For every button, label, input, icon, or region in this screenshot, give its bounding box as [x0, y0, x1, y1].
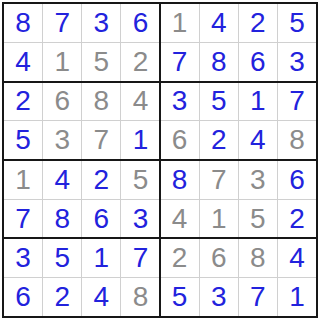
cell-r1c6[interactable]: 4 [200, 4, 238, 42]
cell-r2c3[interactable]: 5 [82, 43, 120, 81]
cell-r4c4[interactable]: 1 [121, 121, 159, 159]
cell-r7c1[interactable]: 3 [4, 239, 42, 277]
cell-r6c6[interactable]: 1 [200, 200, 238, 238]
cell-r5c5[interactable]: 8 [161, 161, 199, 199]
cell-r7c6[interactable]: 6 [200, 239, 238, 277]
cell-r4c8[interactable]: 8 [278, 121, 316, 159]
sudoku-board: 8736142541527863268435175371624814258736… [2, 2, 318, 318]
cell-r5c1[interactable]: 1 [4, 161, 42, 199]
cell-r3c2[interactable]: 6 [43, 82, 81, 120]
cell-r5c2[interactable]: 4 [43, 161, 81, 199]
cell-r7c2[interactable]: 5 [43, 239, 81, 277]
cell-r2c7[interactable]: 6 [239, 43, 277, 81]
cell-r1c7[interactable]: 2 [239, 4, 277, 42]
cell-r5c8[interactable]: 6 [278, 161, 316, 199]
cell-r2c8[interactable]: 3 [278, 43, 316, 81]
cell-r3c4[interactable]: 4 [121, 82, 159, 120]
cell-r6c7[interactable]: 5 [239, 200, 277, 238]
cell-r1c2[interactable]: 7 [43, 4, 81, 42]
cell-r2c4[interactable]: 2 [121, 43, 159, 81]
cell-r1c8[interactable]: 5 [278, 4, 316, 42]
cell-r1c3[interactable]: 3 [82, 4, 120, 42]
cell-r4c6[interactable]: 2 [200, 121, 238, 159]
cell-r5c7[interactable]: 3 [239, 161, 277, 199]
cell-r3c7[interactable]: 1 [239, 82, 277, 120]
cell-r7c5[interactable]: 2 [161, 239, 199, 277]
cell-r3c1[interactable]: 2 [4, 82, 42, 120]
cell-r4c3[interactable]: 7 [82, 121, 120, 159]
cell-r1c5[interactable]: 1 [161, 4, 199, 42]
cell-r4c1[interactable]: 5 [4, 121, 42, 159]
cell-r5c3[interactable]: 2 [82, 161, 120, 199]
cell-r1c1[interactable]: 8 [4, 4, 42, 42]
cell-r2c6[interactable]: 8 [200, 43, 238, 81]
cell-r4c5[interactable]: 6 [161, 121, 199, 159]
cell-r6c1[interactable]: 7 [4, 200, 42, 238]
cell-r3c6[interactable]: 5 [200, 82, 238, 120]
cell-r3c8[interactable]: 7 [278, 82, 316, 120]
cell-r2c2[interactable]: 1 [43, 43, 81, 81]
cell-r8c8[interactable]: 1 [278, 278, 316, 316]
cell-r6c2[interactable]: 8 [43, 200, 81, 238]
cell-r1c4[interactable]: 6 [121, 4, 159, 42]
cell-r7c4[interactable]: 7 [121, 239, 159, 277]
cell-r7c3[interactable]: 1 [82, 239, 120, 277]
cell-r3c3[interactable]: 8 [82, 82, 120, 120]
cell-r8c6[interactable]: 3 [200, 278, 238, 316]
cell-r8c7[interactable]: 7 [239, 278, 277, 316]
cell-r5c4[interactable]: 5 [121, 161, 159, 199]
cell-r7c8[interactable]: 4 [278, 239, 316, 277]
cell-r4c7[interactable]: 4 [239, 121, 277, 159]
cell-r8c5[interactable]: 5 [161, 278, 199, 316]
cell-r8c3[interactable]: 4 [82, 278, 120, 316]
cell-r3c5[interactable]: 3 [161, 82, 199, 120]
cell-r6c4[interactable]: 3 [121, 200, 159, 238]
cell-r6c8[interactable]: 2 [278, 200, 316, 238]
cell-r2c1[interactable]: 4 [4, 43, 42, 81]
cell-r7c7[interactable]: 8 [239, 239, 277, 277]
cell-r4c2[interactable]: 3 [43, 121, 81, 159]
cell-r2c5[interactable]: 7 [161, 43, 199, 81]
sudoku-page: 8736142541527863268435175371624814258736… [0, 0, 320, 320]
cell-r6c3[interactable]: 6 [82, 200, 120, 238]
cell-r8c4[interactable]: 8 [121, 278, 159, 316]
cell-r6c5[interactable]: 4 [161, 200, 199, 238]
cell-r5c6[interactable]: 7 [200, 161, 238, 199]
cell-r8c1[interactable]: 6 [4, 278, 42, 316]
cell-r8c2[interactable]: 2 [43, 278, 81, 316]
